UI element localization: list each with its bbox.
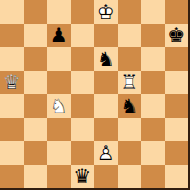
square-c2[interactable] <box>47 141 71 165</box>
square-a1[interactable] <box>0 165 24 189</box>
square-g5[interactable] <box>141 71 165 95</box>
square-f3[interactable] <box>118 118 142 142</box>
square-c3[interactable] <box>47 118 71 142</box>
black-pawn-piece: ♟ <box>50 25 68 45</box>
square-e3[interactable] <box>94 118 118 142</box>
square-h1[interactable] <box>165 165 189 189</box>
square-d1[interactable]: ♛ <box>71 165 95 189</box>
square-c1[interactable] <box>47 165 71 189</box>
square-g6[interactable] <box>141 47 165 71</box>
square-g1[interactable] <box>141 165 165 189</box>
square-h2[interactable] <box>165 141 189 165</box>
square-c8[interactable] <box>47 0 71 24</box>
square-f5[interactable]: ♜♖ <box>118 71 142 95</box>
square-d7[interactable] <box>71 24 95 48</box>
square-b2[interactable] <box>24 141 48 165</box>
square-g2[interactable] <box>141 141 165 165</box>
square-a2[interactable] <box>0 141 24 165</box>
square-a4[interactable] <box>0 94 24 118</box>
square-e7[interactable] <box>94 24 118 48</box>
square-g7[interactable] <box>141 24 165 48</box>
square-h7[interactable]: ♚ <box>165 24 189 48</box>
square-f4[interactable]: ♞ <box>118 94 142 118</box>
square-d5[interactable] <box>71 71 95 95</box>
square-b6[interactable] <box>24 47 48 71</box>
square-c6[interactable] <box>47 47 71 71</box>
square-b7[interactable] <box>24 24 48 48</box>
square-a8[interactable] <box>0 0 24 24</box>
square-e5[interactable] <box>94 71 118 95</box>
square-h8[interactable] <box>165 0 189 24</box>
square-b3[interactable] <box>24 118 48 142</box>
square-g3[interactable] <box>141 118 165 142</box>
square-e4[interactable] <box>94 94 118 118</box>
square-d2[interactable] <box>71 141 95 165</box>
square-d4[interactable] <box>71 94 95 118</box>
square-a6[interactable] <box>0 47 24 71</box>
white-king-piece: ♚♔ <box>97 2 115 22</box>
black-queen-piece: ♛ <box>73 166 91 186</box>
square-d8[interactable] <box>71 0 95 24</box>
black-knight-piece: ♞ <box>120 96 138 116</box>
square-f1[interactable] <box>118 165 142 189</box>
square-b1[interactable] <box>24 165 48 189</box>
square-e6[interactable]: ♞ <box>94 47 118 71</box>
black-king-piece: ♚ <box>167 25 185 45</box>
square-d3[interactable] <box>71 118 95 142</box>
black-knight-piece: ♞ <box>97 49 115 69</box>
white-knight-piece: ♞♘ <box>50 96 68 116</box>
white-pawn-piece: ♟♙ <box>97 143 115 163</box>
white-rook-piece: ♜♖ <box>120 72 138 92</box>
square-f7[interactable] <box>118 24 142 48</box>
square-c4[interactable]: ♞♘ <box>47 94 71 118</box>
square-h4[interactable] <box>165 94 189 118</box>
square-g4[interactable] <box>141 94 165 118</box>
square-e1[interactable] <box>94 165 118 189</box>
square-f2[interactable] <box>118 141 142 165</box>
square-d6[interactable] <box>71 47 95 71</box>
square-h6[interactable] <box>165 47 189 71</box>
square-f6[interactable] <box>118 47 142 71</box>
square-f8[interactable] <box>118 0 142 24</box>
square-c7[interactable]: ♟ <box>47 24 71 48</box>
square-h3[interactable] <box>165 118 189 142</box>
square-a7[interactable] <box>0 24 24 48</box>
square-b8[interactable] <box>24 0 48 24</box>
chess-board: ♚♔♟♚♞♛♕♜♖♞♘♞♟♙♛ <box>0 0 190 190</box>
square-a5[interactable]: ♛♕ <box>0 71 24 95</box>
square-c5[interactable] <box>47 71 71 95</box>
square-e8[interactable]: ♚♔ <box>94 0 118 24</box>
square-h5[interactable] <box>165 71 189 95</box>
square-b4[interactable] <box>24 94 48 118</box>
square-e2[interactable]: ♟♙ <box>94 141 118 165</box>
white-queen-piece: ♛♕ <box>3 72 21 92</box>
square-g8[interactable] <box>141 0 165 24</box>
square-b5[interactable] <box>24 71 48 95</box>
square-a3[interactable] <box>0 118 24 142</box>
